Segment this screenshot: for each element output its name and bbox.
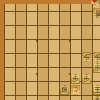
shogi-app-screen: 香歩歩歩歩歩銀と王香歩 [0,0,100,100]
piece-kanji: 歩 [83,53,90,62]
hand-piece-count-badge [93,0,96,2]
piece-kanji: と [72,86,79,95]
piece-kanji: 銀 [61,86,68,95]
star-point [69,73,71,75]
star-point [36,40,38,42]
piece-kanji: 歩 [94,53,100,62]
star-point [36,73,38,75]
piece-kanji: 歩 [83,75,90,84]
piece-kanji: 香 [94,9,100,18]
piece-kanji: 歩 [72,75,79,84]
piece-kanji: 王 [94,86,100,95]
star-point [69,40,71,42]
piece-kanji: 歩 [94,64,100,73]
